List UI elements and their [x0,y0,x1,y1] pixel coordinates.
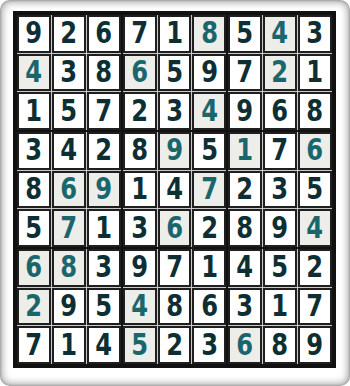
digit: 2 [201,212,218,245]
box-7: 683295714 [17,249,121,364]
cell-r8c3[interactable]: 5 [87,288,121,326]
cell-r7c2[interactable]: 8 [52,249,86,287]
cell-r2c7[interactable]: 7 [228,54,262,92]
digit: 2 [237,173,254,206]
digit: 8 [201,17,218,50]
digit: 3 [201,329,218,362]
digit: 8 [307,95,324,128]
digit: 6 [26,251,43,284]
board-frame: 9264381577186592345437219683428695718951… [0,0,350,386]
digit: 4 [237,251,254,284]
cell-r8c6[interactable]: 6 [192,288,226,326]
digit: 9 [60,290,77,323]
cell-r4c5[interactable]: 9 [158,132,192,170]
digit: 1 [166,17,183,50]
digit: 2 [272,56,289,89]
cell-r1c7[interactable]: 5 [228,15,262,53]
digit: 2 [131,95,148,128]
digit: 3 [272,173,289,206]
cell-r9c1[interactable]: 7 [17,326,51,364]
cell-r2c3[interactable]: 8 [87,54,121,92]
cell-r3c3[interactable]: 7 [87,92,121,130]
cell-r2c8[interactable]: 2 [263,54,297,92]
cell-r7c9[interactable]: 2 [298,249,332,287]
cell-r4c9[interactable]: 6 [298,132,332,170]
digit: 5 [307,173,324,206]
box-1: 926438157 [17,15,121,130]
digit: 9 [26,17,43,50]
digit: 5 [95,290,112,323]
digit: 8 [60,251,77,284]
digit: 2 [307,251,324,284]
cell-r8c7[interactable]: 3 [228,288,262,326]
digit: 8 [166,290,183,323]
digit: 4 [131,290,148,323]
cell-r9c2[interactable]: 1 [52,326,86,364]
digit: 8 [237,212,254,245]
cell-r4c6[interactable]: 5 [192,132,226,170]
cell-r2c2[interactable]: 3 [52,54,86,92]
cell-r2c6[interactable]: 9 [192,54,226,92]
sudoku-board: 9264381577186592345437219683428695718951… [13,11,336,368]
digit: 7 [131,17,148,50]
cell-r7c1[interactable]: 6 [17,249,51,287]
cell-r8c8[interactable]: 1 [263,288,297,326]
digit: 4 [201,95,218,128]
digit: 6 [272,95,289,128]
cell-r1c9[interactable]: 3 [298,15,332,53]
digit: 8 [95,56,112,89]
cell-r1c3[interactable]: 6 [87,15,121,53]
digit: 6 [95,17,112,50]
digit: 2 [95,134,112,167]
cell-r6c5[interactable]: 6 [158,209,192,247]
digit: 3 [237,290,254,323]
cell-r7c8[interactable]: 5 [263,249,297,287]
digit: 9 [307,329,324,362]
cell-r3c9[interactable]: 8 [298,92,332,130]
digit: 4 [307,212,324,245]
cell-r5c5[interactable]: 4 [158,171,192,209]
cell-r3c7[interactable]: 9 [228,92,262,130]
digit: 4 [95,329,112,362]
cell-r5c7[interactable]: 2 [228,171,262,209]
cell-r6c8[interactable]: 9 [263,209,297,247]
digit: 7 [201,173,218,206]
digit: 1 [272,290,289,323]
cell-r1c5[interactable]: 1 [158,15,192,53]
box-3: 543721968 [228,15,332,130]
cell-r2c1[interactable]: 4 [17,54,51,92]
digit: 1 [26,95,43,128]
digit: 9 [237,95,254,128]
cell-r4c1[interactable]: 3 [17,132,51,170]
digit: 5 [166,56,183,89]
cell-r5c4[interactable]: 1 [123,171,157,209]
cell-r6c1[interactable]: 5 [17,209,51,247]
digit: 6 [237,329,254,362]
digit: 4 [26,56,43,89]
cell-r7c6[interactable]: 1 [192,249,226,287]
box-9: 452317689 [228,249,332,364]
digit: 3 [131,212,148,245]
digit: 5 [237,17,254,50]
digit: 9 [131,251,148,284]
digit: 1 [201,251,218,284]
cell-r3c2[interactable]: 5 [52,92,86,130]
cell-r7c3[interactable]: 3 [87,249,121,287]
digit: 2 [166,329,183,362]
cell-r8c9[interactable]: 7 [298,288,332,326]
cell-r3c8[interactable]: 6 [263,92,297,130]
digit: 7 [272,134,289,167]
cell-r4c4[interactable]: 8 [123,132,157,170]
cell-r8c2[interactable]: 9 [52,288,86,326]
cell-r6c7[interactable]: 8 [228,209,262,247]
digit: 7 [60,212,77,245]
digit: 3 [166,95,183,128]
digit: 3 [95,251,112,284]
cell-r2c9[interactable]: 1 [298,54,332,92]
digit: 7 [237,56,254,89]
cell-r9c5[interactable]: 2 [158,326,192,364]
cell-r9c6[interactable]: 3 [192,326,226,364]
cell-r5c3[interactable]: 9 [87,171,121,209]
cell-r4c7[interactable]: 1 [228,132,262,170]
digit: 5 [60,95,77,128]
cell-r5c9[interactable]: 5 [298,171,332,209]
cell-r1c2[interactable]: 2 [52,15,86,53]
digit: 1 [60,329,77,362]
cell-r1c4[interactable]: 7 [123,15,157,53]
cell-r1c8[interactable]: 4 [263,15,297,53]
cell-r6c2[interactable]: 7 [52,209,86,247]
cell-r4c3[interactable]: 2 [87,132,121,170]
digit: 4 [60,134,77,167]
cell-r3c1[interactable]: 1 [17,92,51,130]
cell-r7c5[interactable]: 7 [158,249,192,287]
cell-r9c7[interactable]: 6 [228,326,262,364]
digit: 3 [60,56,77,89]
digit: 7 [26,329,43,362]
digit: 3 [307,17,324,50]
cell-r7c4[interactable]: 9 [123,249,157,287]
digit: 8 [131,134,148,167]
box-4: 342869571 [17,132,121,247]
digit: 8 [272,329,289,362]
cell-r9c9[interactable]: 9 [298,326,332,364]
digit: 4 [166,173,183,206]
digit: 5 [131,329,148,362]
cell-r7c7[interactable]: 4 [228,249,262,287]
digit: 4 [272,17,289,50]
digit: 3 [26,134,43,167]
cell-r9c3[interactable]: 4 [87,326,121,364]
cell-r8c5[interactable]: 8 [158,288,192,326]
cell-r4c2[interactable]: 4 [52,132,86,170]
digit: 7 [95,95,112,128]
digit: 7 [307,290,324,323]
cell-r4c8[interactable]: 7 [263,132,297,170]
cell-r1c6[interactable]: 8 [192,15,226,53]
digit: 6 [131,56,148,89]
digit: 5 [272,251,289,284]
digit: 5 [26,212,43,245]
cell-r8c4[interactable]: 4 [123,288,157,326]
cell-r2c5[interactable]: 5 [158,54,192,92]
cell-r6c9[interactable]: 4 [298,209,332,247]
digit: 6 [166,212,183,245]
digit: 7 [166,251,183,284]
cell-r6c4[interactable]: 3 [123,209,157,247]
digit: 1 [131,173,148,206]
cell-r6c3[interactable]: 1 [87,209,121,247]
digit: 5 [201,134,218,167]
cell-r5c8[interactable]: 3 [263,171,297,209]
cell-r3c6[interactable]: 4 [192,92,226,130]
digit: 1 [237,134,254,167]
digit: 2 [26,290,43,323]
box-2: 718659234 [123,15,227,130]
cell-r5c6[interactable]: 7 [192,171,226,209]
cell-r5c1[interactable]: 8 [17,171,51,209]
cell-r1c1[interactable]: 9 [17,15,51,53]
digit: 6 [307,134,324,167]
digit: 1 [95,212,112,245]
digit: 1 [307,56,324,89]
digit: 9 [272,212,289,245]
digit: 6 [201,290,218,323]
cell-r9c4[interactable]: 5 [123,326,157,364]
digit: 9 [166,134,183,167]
digit: 2 [60,17,77,50]
cell-r5c2[interactable]: 6 [52,171,86,209]
cell-r3c4[interactable]: 2 [123,92,157,130]
box-5: 895147362 [123,132,227,247]
digit: 9 [95,173,112,206]
digit: 6 [60,173,77,206]
cell-r9c8[interactable]: 8 [263,326,297,364]
box-6: 176235894 [228,132,332,247]
digit: 9 [201,56,218,89]
cell-r8c1[interactable]: 2 [17,288,51,326]
cell-r6c6[interactable]: 2 [192,209,226,247]
cell-r2c4[interactable]: 6 [123,54,157,92]
box-8: 971486523 [123,249,227,364]
digit: 8 [26,173,43,206]
cell-r3c5[interactable]: 3 [158,92,192,130]
